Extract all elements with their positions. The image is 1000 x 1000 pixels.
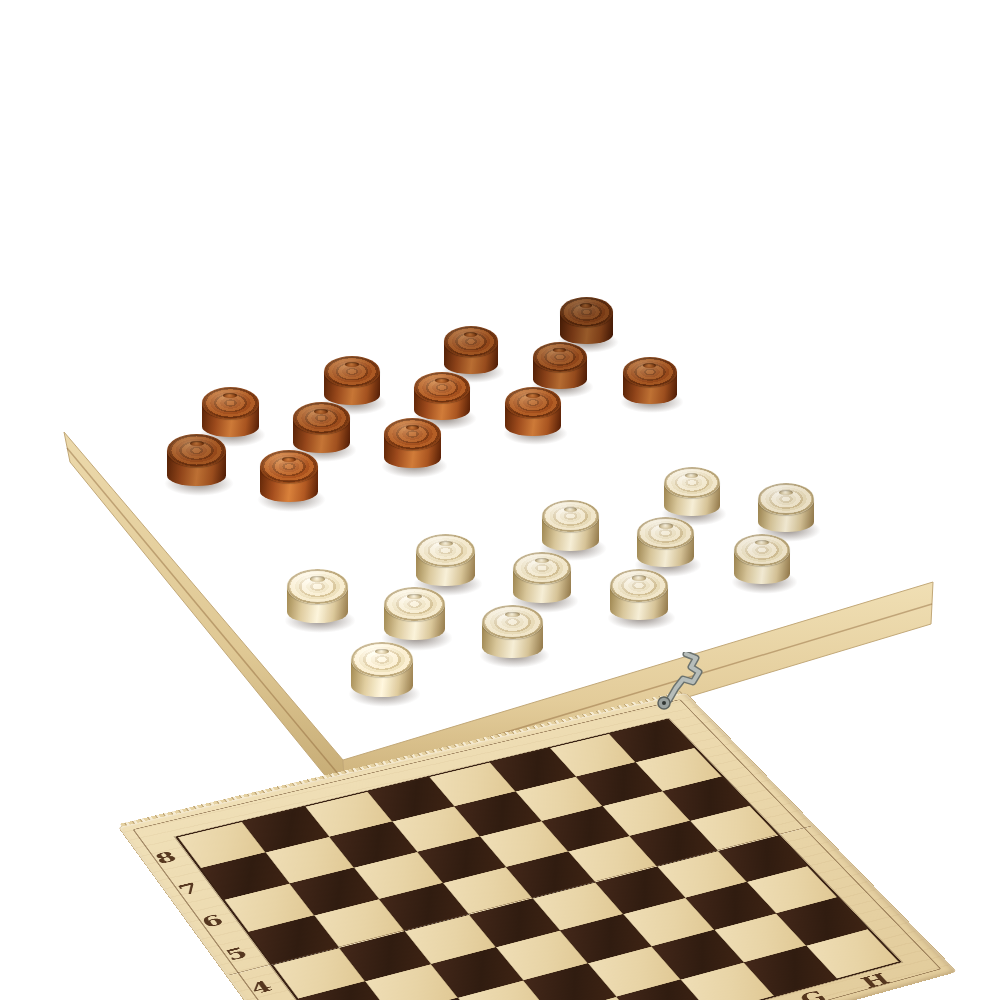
metal-clasp [656,652,708,710]
checkers-product-photo: 12345678 ABCDEFGH [0,0,1000,1000]
